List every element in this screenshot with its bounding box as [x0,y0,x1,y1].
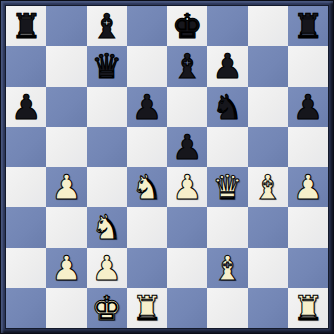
square-c3[interactable]: ♞ [87,207,127,247]
white-queen[interactable]: ♛ [212,167,242,207]
white-pawn[interactable]: ♟ [91,248,121,288]
square-f1[interactable] [207,288,247,328]
black-knight[interactable]: ♞ [212,87,242,127]
square-f8[interactable] [207,6,247,46]
square-a4[interactable] [6,167,46,207]
square-e3[interactable] [167,207,207,247]
square-d5[interactable] [127,127,167,167]
square-e7[interactable]: ♝ [167,46,207,86]
black-rook[interactable]: ♜ [293,6,323,46]
square-b3[interactable] [46,207,86,247]
square-d2[interactable] [127,248,167,288]
square-a7[interactable] [6,46,46,86]
white-bishop[interactable]: ♝ [252,167,282,207]
white-pawn[interactable]: ♟ [172,167,202,207]
square-g4[interactable]: ♝ [248,167,288,207]
square-e4[interactable]: ♟ [167,167,207,207]
square-d3[interactable] [127,207,167,247]
black-bishop[interactable]: ♝ [172,46,202,86]
black-pawn[interactable]: ♟ [212,46,242,86]
square-d4[interactable]: ♞ [127,167,167,207]
square-a8[interactable]: ♜ [6,6,46,46]
square-e8[interactable]: ♚ [167,6,207,46]
square-c4[interactable] [87,167,127,207]
square-g3[interactable] [248,207,288,247]
square-c2[interactable]: ♟ [87,248,127,288]
square-g5[interactable] [248,127,288,167]
square-d1[interactable]: ♜ [127,288,167,328]
white-king[interactable]: ♚ [91,288,121,328]
black-king[interactable]: ♚ [172,6,202,46]
square-a5[interactable] [6,127,46,167]
square-h4[interactable]: ♟ [288,167,328,207]
white-knight[interactable]: ♞ [132,167,162,207]
square-b4[interactable]: ♟ [46,167,86,207]
white-knight[interactable]: ♞ [91,207,121,247]
square-b5[interactable] [46,127,86,167]
square-f7[interactable]: ♟ [207,46,247,86]
square-g8[interactable] [248,6,288,46]
black-pawn[interactable]: ♟ [11,87,41,127]
white-pawn[interactable]: ♟ [51,167,81,207]
square-h7[interactable] [288,46,328,86]
square-e5[interactable]: ♟ [167,127,207,167]
square-e6[interactable] [167,87,207,127]
square-g6[interactable] [248,87,288,127]
black-bishop[interactable]: ♝ [91,6,121,46]
square-f3[interactable] [207,207,247,247]
square-h3[interactable] [288,207,328,247]
white-rook[interactable]: ♜ [132,288,162,328]
square-d7[interactable] [127,46,167,86]
black-pawn[interactable]: ♟ [132,87,162,127]
white-bishop[interactable]: ♝ [212,248,242,288]
white-rook[interactable]: ♜ [293,288,323,328]
square-c6[interactable] [87,87,127,127]
square-h5[interactable] [288,127,328,167]
white-pawn[interactable]: ♟ [51,248,81,288]
square-c7[interactable]: ♛ [87,46,127,86]
square-d8[interactable] [127,6,167,46]
square-b7[interactable] [46,46,86,86]
white-pawn[interactable]: ♟ [293,167,323,207]
square-h6[interactable]: ♟ [288,87,328,127]
black-rook[interactable]: ♜ [11,6,41,46]
square-a2[interactable] [6,248,46,288]
square-a3[interactable] [6,207,46,247]
square-h8[interactable]: ♜ [288,6,328,46]
square-d6[interactable]: ♟ [127,87,167,127]
square-b6[interactable] [46,87,86,127]
square-h1[interactable]: ♜ [288,288,328,328]
chess-board-frame: ♜♝♚♜♛♝♟♟♟♞♟♟♟♞♟♛♝♟♞♟♟♝♚♜♜ [0,0,334,334]
black-pawn[interactable]: ♟ [293,87,323,127]
black-queen[interactable]: ♛ [91,46,121,86]
chess-board: ♜♝♚♜♛♝♟♟♟♞♟♟♟♞♟♛♝♟♞♟♟♝♚♜♜ [6,6,328,328]
square-a6[interactable]: ♟ [6,87,46,127]
square-f2[interactable]: ♝ [207,248,247,288]
square-a1[interactable] [6,288,46,328]
square-g7[interactable] [248,46,288,86]
square-b2[interactable]: ♟ [46,248,86,288]
square-g1[interactable] [248,288,288,328]
square-c5[interactable] [87,127,127,167]
square-c8[interactable]: ♝ [87,6,127,46]
square-f4[interactable]: ♛ [207,167,247,207]
black-pawn[interactable]: ♟ [172,127,202,167]
square-g2[interactable] [248,248,288,288]
square-b1[interactable] [46,288,86,328]
square-e2[interactable] [167,248,207,288]
square-b8[interactable] [46,6,86,46]
square-e1[interactable] [167,288,207,328]
square-f6[interactable]: ♞ [207,87,247,127]
square-h2[interactable] [288,248,328,288]
square-f5[interactable] [207,127,247,167]
square-c1[interactable]: ♚ [87,288,127,328]
